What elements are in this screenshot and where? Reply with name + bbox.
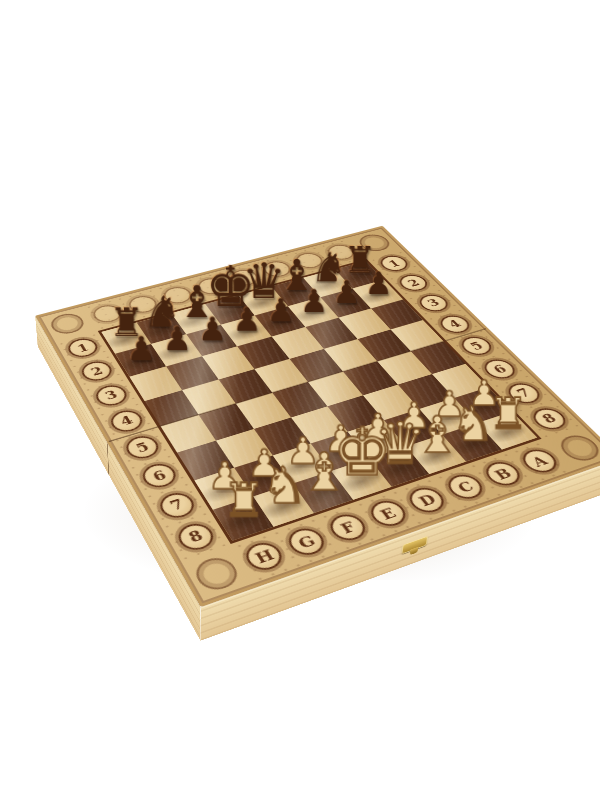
file-label: F <box>324 511 371 545</box>
rank-label: 8 <box>173 520 219 554</box>
square <box>254 359 308 393</box>
light-rook: ♜ <box>193 478 295 525</box>
file-label: H <box>241 539 288 574</box>
dark-pawn: ♟ <box>97 332 185 365</box>
corner-rosette <box>47 311 88 337</box>
file-label: B <box>480 459 526 490</box>
product-photo: HGFEDCBA 12345678 12345678 ♜♞♝♚♛♝♞♜♟♟♟♟♟… <box>0 0 600 800</box>
rank-label: 5 <box>122 433 164 462</box>
rank-label: 5 <box>456 334 497 358</box>
chess-box-board: HGFEDCBA 12345678 12345678 ♜♞♝♚♛♝♞♜♟♟♟♟♟… <box>35 226 600 607</box>
file-label: E <box>365 497 412 530</box>
rank-label: 3 <box>414 292 453 314</box>
file-label: G <box>283 525 330 559</box>
rank-label: 1 <box>64 336 101 360</box>
file-label: C <box>442 471 489 502</box>
square <box>202 346 254 379</box>
rank-label: 3 <box>92 382 131 408</box>
file-label: A <box>516 446 562 476</box>
file-label: D <box>404 484 451 516</box>
corner-rosette <box>190 553 244 594</box>
brass-clasp-icon <box>401 536 428 555</box>
rank-label: 2 <box>78 359 116 384</box>
scene: HGFEDCBA 12345678 12345678 ♜♞♝♚♛♝♞♜♟♟♟♟♟… <box>0 0 600 800</box>
